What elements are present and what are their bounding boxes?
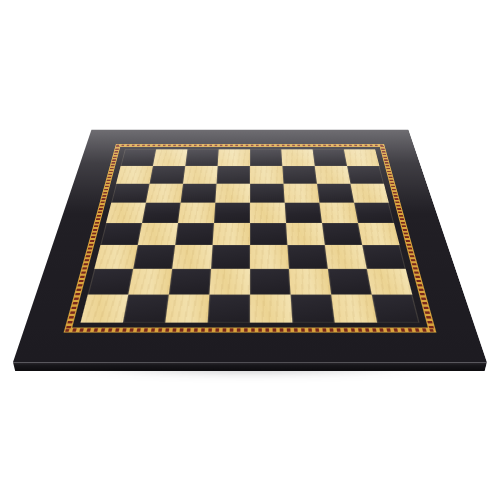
scene — [0, 0, 500, 500]
square-c6 — [181, 184, 217, 203]
square-g1 — [331, 295, 377, 323]
square-h4 — [358, 223, 400, 245]
square-c3 — [172, 245, 212, 269]
square-a1 — [81, 295, 129, 323]
square-c7 — [183, 166, 218, 184]
square-g8 — [313, 149, 347, 166]
square-d8 — [218, 149, 250, 166]
square-f6 — [283, 184, 319, 203]
square-g5 — [319, 203, 358, 223]
square-f2 — [289, 269, 331, 295]
square-c5 — [178, 203, 215, 223]
square-d1 — [208, 295, 250, 323]
square-c2 — [169, 269, 211, 295]
square-c1 — [165, 295, 209, 323]
square-e6 — [250, 184, 285, 203]
square-h3 — [362, 245, 405, 269]
square-f1 — [291, 295, 335, 323]
square-g7 — [315, 166, 351, 184]
square-g2 — [328, 269, 372, 295]
square-e1 — [250, 295, 292, 323]
square-a2 — [88, 269, 134, 295]
square-e7 — [250, 166, 283, 184]
square-h5 — [354, 203, 394, 223]
square-h6 — [350, 184, 388, 203]
square-a8 — [121, 149, 157, 166]
square-d7 — [217, 166, 250, 184]
inlay-border-top — [115, 144, 385, 147]
square-h2 — [367, 269, 413, 295]
square-d6 — [215, 184, 250, 203]
square-f7 — [282, 166, 317, 184]
square-g4 — [322, 223, 362, 245]
square-a5 — [106, 203, 146, 223]
chess-board — [13, 130, 487, 363]
square-b4 — [138, 223, 178, 245]
inlay-border-right — [379, 146, 435, 329]
square-h1 — [372, 295, 420, 323]
square-d3 — [211, 245, 250, 269]
square-a3 — [94, 245, 137, 269]
square-d5 — [214, 203, 250, 223]
square-b7 — [150, 166, 186, 184]
square-f8 — [281, 149, 314, 166]
board-squares — [81, 149, 420, 322]
square-g6 — [317, 184, 354, 203]
square-e5 — [250, 203, 286, 223]
square-f5 — [285, 203, 322, 223]
square-h8 — [344, 149, 380, 166]
square-a6 — [111, 184, 149, 203]
square-c4 — [175, 223, 214, 245]
square-h7 — [347, 166, 384, 184]
square-c8 — [185, 149, 218, 166]
inlay-border-bottom — [64, 328, 437, 333]
square-b8 — [153, 149, 187, 166]
square-e3 — [250, 245, 289, 269]
square-b5 — [142, 203, 181, 223]
square-e4 — [250, 223, 287, 245]
product-photo — [0, 0, 500, 500]
square-f3 — [287, 245, 327, 269]
square-e2 — [250, 269, 291, 295]
square-b6 — [146, 184, 183, 203]
square-b2 — [128, 269, 172, 295]
square-f4 — [286, 223, 325, 245]
square-e8 — [250, 149, 282, 166]
board-frame — [13, 130, 487, 363]
inlay-border-left — [65, 146, 121, 329]
square-b1 — [123, 295, 169, 323]
square-d2 — [209, 269, 250, 295]
square-g3 — [325, 245, 367, 269]
square-a7 — [116, 166, 153, 184]
board-front-edge — [13, 362, 487, 371]
square-b3 — [133, 245, 175, 269]
square-a4 — [100, 223, 142, 245]
square-d4 — [213, 223, 250, 245]
